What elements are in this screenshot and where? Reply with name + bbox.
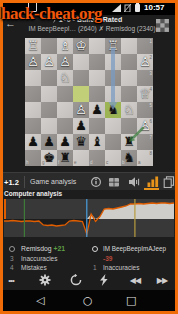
square-c5[interactable]: ♞	[105, 102, 121, 118]
android-nav-bar: ◁ ○ □	[0, 290, 178, 314]
square-e4[interactable]	[73, 86, 89, 102]
square-c3[interactable]	[105, 70, 121, 86]
square-b5[interactable]: ♘	[121, 102, 137, 118]
rewind-button[interactable]: ◀◀	[125, 271, 145, 289]
square-f6[interactable]	[57, 118, 73, 134]
nav-back-button[interactable]: ◁	[36, 294, 44, 307]
notification-icon	[28, 2, 37, 12]
wifi-icon	[112, 4, 121, 12]
square-h8[interactable]: h	[25, 150, 41, 166]
square-b3[interactable]	[121, 70, 137, 86]
square-a6[interactable]: ♙6	[137, 118, 153, 134]
advantage-chart[interactable]	[4, 199, 174, 237]
white-player-dot	[92, 246, 98, 252]
square-f4[interactable]	[57, 86, 73, 102]
gear-icon	[39, 274, 51, 286]
square-b6[interactable]	[121, 118, 137, 134]
rank-label-1: 1	[149, 39, 152, 44]
square-d5[interactable]: ♟	[89, 102, 105, 118]
square-f1[interactable]: ♗	[57, 38, 73, 54]
white-inaccuracies-label: Inaccuracies	[103, 264, 140, 271]
white-piece-g2: ♙	[43, 54, 55, 70]
square-b4[interactable]	[121, 86, 137, 102]
more-options-button[interactable]: •••	[2, 271, 20, 289]
clock-time: 10:57	[144, 3, 164, 12]
no-sim-icon	[124, 4, 132, 12]
black-piece-e7: ♛	[75, 134, 87, 150]
square-b8[interactable]: ♞b	[121, 150, 137, 166]
square-d1[interactable]	[89, 38, 105, 54]
square-c6[interactable]	[105, 118, 121, 134]
square-g3[interactable]	[41, 70, 57, 86]
engine-analysis-button[interactable]	[97, 271, 111, 289]
board-grid-icon[interactable]	[156, 19, 169, 32]
back-arrow-button[interactable]: ←	[5, 17, 16, 29]
black-piece-d7: ♝	[91, 134, 103, 150]
black-mistakes-count: 4	[10, 264, 14, 271]
square-g4[interactable]	[41, 86, 57, 102]
white-piece-a4: ♕	[139, 86, 151, 102]
file-label-h: h	[26, 160, 29, 165]
white-inaccuracies-count: 1	[93, 264, 97, 271]
square-a1[interactable]: 1	[137, 38, 153, 54]
white-piece-e1: ♔	[75, 38, 87, 54]
square-c2[interactable]	[105, 54, 121, 70]
black-piece-c5: ♞	[107, 102, 119, 118]
settings-gear-button[interactable]	[38, 271, 52, 289]
square-d3[interactable]	[89, 70, 105, 86]
square-f7[interactable]: ♟	[57, 134, 73, 150]
bullet-lightning-icon	[52, 15, 57, 23]
square-h3[interactable]	[25, 70, 41, 86]
black-piece-g8: ♚	[43, 150, 55, 166]
square-c4[interactable]	[105, 86, 121, 102]
black-piece-d5: ♟	[91, 102, 103, 118]
black-player-dot	[9, 246, 15, 252]
refresh-icon	[70, 274, 82, 286]
nav-recents-button[interactable]: □	[126, 294, 136, 307]
chess-board[interactable]: ♖♗♔♖1♙♙♙♙2♘3♕4♙♟♞♘5♟♙6♟♟♟♛♝♜7h♚g♜fedc♞b8…	[25, 38, 153, 166]
square-c1[interactable]: ♖	[105, 38, 121, 54]
game-analysis-label: Game analysis	[30, 178, 76, 185]
square-g8[interactable]: ♚g	[41, 150, 57, 166]
flip-board-button[interactable]	[69, 271, 83, 289]
square-e5[interactable]: ♙	[73, 102, 89, 118]
square-d2[interactable]	[89, 54, 105, 70]
square-h5[interactable]	[25, 102, 41, 118]
square-h4[interactable]	[25, 86, 41, 102]
white-piece-a2: ♙	[139, 54, 151, 70]
eval-badge: +1.2	[4, 178, 19, 187]
black-mistakes-label: Mistakes	[21, 264, 47, 271]
rank-label-5: 5	[149, 103, 152, 108]
analysis-chart-tab-icon[interactable]	[147, 176, 159, 188]
square-a5[interactable]: 5	[137, 102, 153, 118]
divider	[24, 176, 25, 188]
computer-analysis-heading: Computer analysis	[4, 190, 62, 197]
white-piece-a6: ♙	[139, 118, 151, 134]
white-piece-f2: ♙	[59, 54, 71, 70]
file-label-g: g	[42, 160, 45, 165]
square-g6[interactable]	[41, 118, 57, 134]
black-rating-change: +21	[54, 245, 66, 252]
lightning-icon	[99, 274, 109, 286]
players-line: IM BeepBeepI… (2640) ✗ Remisdog (2340)	[20, 25, 164, 33]
file-label-a: a	[138, 160, 141, 165]
square-f5[interactable]	[57, 102, 73, 118]
white-piece-b5: ♘	[123, 102, 135, 118]
square-a7[interactable]: 7	[137, 134, 153, 150]
white-piece-h1: ♖	[27, 38, 39, 54]
square-d4[interactable]	[89, 86, 105, 102]
square-d7[interactable]: ♝	[89, 134, 105, 150]
rank-label-6: 6	[149, 119, 152, 124]
square-f2[interactable]: ♙	[57, 54, 73, 70]
status-bar: 10:57	[0, 0, 178, 15]
info-tab-icon[interactable]	[90, 176, 102, 188]
white-piece-e5: ♙	[75, 102, 87, 118]
square-a8[interactable]: 8a	[137, 150, 153, 166]
rank-label-7: 7	[149, 135, 152, 140]
active-tab-underline	[144, 188, 159, 190]
white-rating-change: -39	[103, 255, 112, 262]
white-piece-f3: ♘	[59, 70, 71, 86]
square-b1[interactable]	[121, 38, 137, 54]
board-tab-icon[interactable]	[108, 176, 120, 188]
app-screen: 10:57 ← 1+0 • Bullet • Rated IM BeepBeep…	[0, 0, 178, 314]
forward-button[interactable]: ▶▶	[152, 271, 172, 289]
file-label-f: f	[58, 160, 59, 165]
black-piece-f8: ♜	[59, 150, 71, 166]
black-piece-e6: ♟	[75, 118, 87, 134]
file-label-e: e	[74, 160, 77, 165]
black-piece-b7: ♜	[123, 134, 135, 150]
nav-home-button[interactable]: ○	[83, 294, 93, 307]
black-inaccuracies-label: Inaccuracies	[21, 255, 58, 262]
white-advantage-area	[4, 203, 174, 219]
white-player-name: IM BeepBeepImAJeep	[103, 245, 166, 252]
black-piece-h7: ♟	[27, 134, 39, 150]
square-a3[interactable]: 3	[137, 70, 153, 86]
rank-label-4: 4	[149, 87, 152, 92]
white-piece-c1: ♖	[107, 38, 119, 54]
square-g7[interactable]: ♟	[41, 134, 57, 150]
white-piece-h2: ♙	[27, 54, 39, 70]
speaker-tab-icon[interactable]	[128, 176, 140, 188]
square-e8[interactable]: e	[73, 150, 89, 166]
square-e3[interactable]	[73, 70, 89, 86]
square-h2[interactable]: ♙	[25, 54, 41, 70]
square-e7[interactable]: ♛	[73, 134, 89, 150]
square-e6[interactable]: ♟	[73, 118, 89, 134]
copy-notation-tab-icon[interactable]	[163, 176, 175, 188]
square-h1[interactable]: ♖	[25, 38, 41, 54]
white-piece-f1: ♗	[59, 38, 71, 54]
square-g5[interactable]	[41, 102, 57, 118]
battery-icon	[135, 4, 140, 12]
square-f3[interactable]: ♘	[57, 70, 73, 86]
game-analysis-bar: +1.2 Game analysis	[0, 172, 178, 190]
game-title-text: 1+0 • Bullet • Rated	[59, 16, 122, 23]
square-c7[interactable]	[105, 134, 121, 150]
file-label-c: c	[106, 160, 108, 165]
black-inaccuracies-count: 3	[10, 255, 14, 262]
game-title: 1+0 • Bullet • Rated	[20, 15, 154, 23]
black-player-name: Remisdog +21	[21, 245, 65, 252]
file-label-b: b	[122, 160, 125, 165]
square-b2[interactable]	[121, 54, 137, 70]
square-f8[interactable]: ♜f	[57, 150, 73, 166]
square-d6[interactable]	[89, 118, 105, 134]
square-a2[interactable]: ♙2	[137, 54, 153, 70]
square-b7[interactable]: ♜	[121, 134, 137, 150]
square-c8[interactable]: c	[105, 150, 121, 166]
square-d8[interactable]: d	[89, 150, 105, 166]
file-label-d: d	[90, 160, 93, 165]
black-piece-g7: ♟	[43, 134, 55, 150]
square-e2[interactable]	[73, 54, 89, 70]
rank-label-3: 3	[149, 71, 152, 76]
rank-label-2: 2	[149, 55, 152, 60]
rank-label-8: 8	[149, 151, 152, 156]
square-h6[interactable]	[25, 118, 41, 134]
square-g2[interactable]: ♙	[41, 54, 57, 70]
square-a4[interactable]: ♕4	[137, 86, 153, 102]
black-piece-b8: ♞	[123, 150, 135, 166]
square-g1[interactable]	[41, 38, 57, 54]
black-piece-f7: ♟	[59, 134, 71, 150]
square-h7[interactable]: ♟	[25, 134, 41, 150]
square-e1[interactable]: ♔	[73, 38, 89, 54]
